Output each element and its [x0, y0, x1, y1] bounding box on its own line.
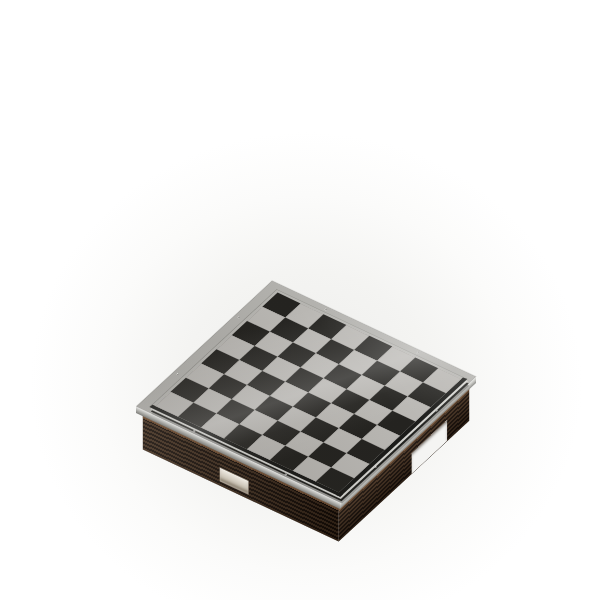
- frame-screw-icon: [435, 409, 438, 411]
- frame-screw-icon: [416, 351, 419, 353]
- frame-screw-icon: [176, 373, 179, 375]
- frame-screw-icon: [193, 430, 196, 432]
- frame-screw-icon: [284, 473, 287, 475]
- brand-plaque: [219, 466, 249, 495]
- product-photo: [0, 0, 600, 600]
- frame-screw-icon: [374, 466, 377, 468]
- frame-screw-icon: [237, 316, 240, 318]
- frame-screw-icon: [324, 308, 327, 310]
